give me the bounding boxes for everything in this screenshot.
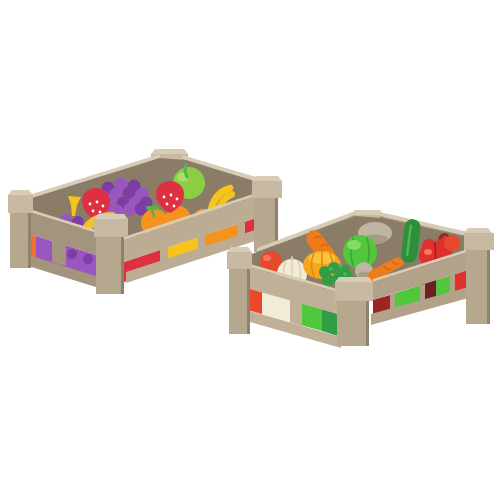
- product-photo-canvas: [0, 0, 500, 500]
- toy-crates-image: [0, 0, 500, 500]
- cherry-tomato: [444, 235, 460, 251]
